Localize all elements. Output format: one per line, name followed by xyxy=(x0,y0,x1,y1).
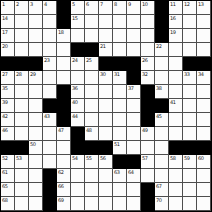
grid-cell[interactable]: 61 xyxy=(1,169,15,183)
clue-number: 10 xyxy=(142,1,147,7)
grid-cell[interactable] xyxy=(71,197,85,211)
grid-cell[interactable] xyxy=(127,29,141,43)
grid-cell[interactable] xyxy=(85,169,99,183)
grid-cell[interactable] xyxy=(141,169,155,183)
grid-cell[interactable]: 14 xyxy=(1,15,15,29)
grid-cell[interactable]: 45 xyxy=(155,113,169,127)
grid-cell[interactable] xyxy=(57,57,71,71)
grid-cell[interactable] xyxy=(85,113,99,127)
black-cell xyxy=(141,85,155,99)
clue-number: 9 xyxy=(128,1,131,7)
grid-cell[interactable]: 51 xyxy=(113,141,127,155)
grid-cell[interactable] xyxy=(127,43,141,57)
clue-number: 57 xyxy=(142,155,147,161)
grid-cell[interactable] xyxy=(113,197,127,211)
black-cell xyxy=(57,99,71,113)
grid-cell[interactable] xyxy=(169,57,183,71)
grid-cell[interactable] xyxy=(85,183,99,197)
grid-cell[interactable] xyxy=(197,99,211,113)
grid-cell[interactable] xyxy=(169,169,183,183)
grid-cell[interactable] xyxy=(15,169,29,183)
clue-number: 20 xyxy=(2,43,7,49)
grid-cell[interactable]: 50 xyxy=(29,141,43,155)
grid-cell[interactable]: 19 xyxy=(169,29,183,43)
grid-cell[interactable] xyxy=(29,127,43,141)
black-cell xyxy=(57,1,71,15)
grid-cell[interactable] xyxy=(197,127,211,141)
grid-cell[interactable] xyxy=(29,197,43,211)
grid-cell[interactable]: 54 xyxy=(71,155,85,169)
grid-cell[interactable]: 48 xyxy=(85,127,99,141)
grid-cell[interactable]: 59 xyxy=(183,155,197,169)
grid-cell[interactable] xyxy=(127,15,141,29)
grid-cell[interactable]: 29 xyxy=(29,71,43,85)
grid-cell[interactable] xyxy=(85,197,99,211)
black-cell xyxy=(71,43,85,57)
clue-number: 26 xyxy=(142,57,147,63)
grid-cell[interactable] xyxy=(57,43,71,57)
clue-number: 42 xyxy=(2,113,7,119)
grid-cell[interactable] xyxy=(169,71,183,85)
clue-number: 21 xyxy=(100,43,105,49)
clue-number: 15 xyxy=(72,15,77,21)
clue-number: 34 xyxy=(198,71,203,77)
black-cell xyxy=(43,197,57,211)
clue-number: 4 xyxy=(44,1,47,7)
grid-cell[interactable]: 2 xyxy=(15,1,29,15)
grid-cell[interactable]: 21 xyxy=(99,43,113,57)
black-cell xyxy=(71,141,85,155)
grid-cell[interactable]: 27 xyxy=(1,71,15,85)
grid-cell[interactable] xyxy=(29,155,43,169)
clue-number: 66 xyxy=(58,183,63,189)
grid-cell[interactable] xyxy=(113,113,127,127)
clue-number: 7 xyxy=(100,1,103,7)
clue-number: 8 xyxy=(114,1,117,7)
grid-cell[interactable] xyxy=(99,29,113,43)
clue-number: 24 xyxy=(72,57,77,63)
black-cell xyxy=(15,57,29,71)
clue-number: 62 xyxy=(58,169,63,175)
grid-cell[interactable]: 35 xyxy=(1,85,15,99)
grid-cell[interactable] xyxy=(155,141,169,155)
black-cell xyxy=(43,99,57,113)
clue-number: 70 xyxy=(156,197,161,203)
clue-number: 69 xyxy=(58,197,63,203)
clue-number: 38 xyxy=(156,85,161,91)
grid-cell[interactable]: 53 xyxy=(15,155,29,169)
clue-number: 13 xyxy=(198,1,203,7)
grid-cell[interactable] xyxy=(99,99,113,113)
black-cell xyxy=(1,141,15,155)
grid-cell[interactable]: 16 xyxy=(169,15,183,29)
grid-cell[interactable]: 66 xyxy=(57,183,71,197)
grid-cell[interactable] xyxy=(29,43,43,57)
grid-cell[interactable]: 56 xyxy=(99,155,113,169)
grid-cell[interactable] xyxy=(29,169,43,183)
grid-cell[interactable] xyxy=(169,197,183,211)
black-cell xyxy=(141,197,155,211)
clue-number: 32 xyxy=(142,71,147,77)
grid-cell[interactable]: 32 xyxy=(141,71,155,85)
black-cell xyxy=(113,57,127,71)
black-cell xyxy=(85,141,99,155)
grid-cell[interactable]: 4 xyxy=(43,1,57,15)
grid-cell[interactable]: 33 xyxy=(183,71,197,85)
black-cell xyxy=(197,141,211,155)
grid-cell[interactable] xyxy=(169,85,183,99)
grid-cell[interactable]: 10 xyxy=(141,1,155,15)
grid-cell[interactable]: 64 xyxy=(127,169,141,183)
grid-cell[interactable] xyxy=(99,15,113,29)
clue-number: 17 xyxy=(2,29,7,35)
grid-cell[interactable] xyxy=(113,15,127,29)
grid-cell[interactable] xyxy=(43,127,57,141)
black-cell xyxy=(57,85,71,99)
grid-cell[interactable] xyxy=(15,197,29,211)
grid-cell[interactable] xyxy=(43,85,57,99)
grid-cell[interactable] xyxy=(99,169,113,183)
clue-number: 65 xyxy=(2,183,7,189)
grid-cell[interactable]: 22 xyxy=(155,43,169,57)
grid-cell[interactable]: 7 xyxy=(99,1,113,15)
grid-cell[interactable]: 28 xyxy=(15,71,29,85)
black-cell xyxy=(183,141,197,155)
clue-number: 23 xyxy=(44,57,49,63)
grid-cell[interactable]: 46 xyxy=(1,127,15,141)
grid-cell[interactable]: 18 xyxy=(57,29,71,43)
grid-cell[interactable]: 67 xyxy=(155,183,169,197)
grid-cell[interactable]: 60 xyxy=(197,155,211,169)
grid-cell[interactable] xyxy=(183,169,197,183)
black-cell xyxy=(127,57,141,71)
grid-cell[interactable] xyxy=(141,29,155,43)
black-cell xyxy=(197,57,211,71)
grid-cell[interactable] xyxy=(169,43,183,57)
grid-cell[interactable]: 3 xyxy=(29,1,43,15)
grid-cell[interactable]: 65 xyxy=(1,183,15,197)
grid-cell[interactable] xyxy=(85,29,99,43)
black-cell xyxy=(155,99,169,113)
clue-number: 56 xyxy=(100,155,105,161)
black-cell xyxy=(155,29,169,43)
grid-cell[interactable] xyxy=(85,85,99,99)
grid-cell[interactable] xyxy=(127,127,141,141)
grid-cell[interactable]: 24 xyxy=(71,57,85,71)
black-cell xyxy=(43,169,57,183)
clue-number: 35 xyxy=(2,85,7,91)
grid-cell[interactable] xyxy=(197,85,211,99)
clue-number: 6 xyxy=(86,1,89,7)
grid-cell[interactable] xyxy=(29,15,43,29)
grid-cell[interactable] xyxy=(155,169,169,183)
clue-number: 5 xyxy=(72,1,75,7)
grid-cell[interactable] xyxy=(113,99,127,113)
grid-cell[interactable]: 39 xyxy=(1,99,15,113)
grid-cell[interactable]: 8 xyxy=(113,1,127,15)
grid-cell[interactable]: 41 xyxy=(169,99,183,113)
grid-cell[interactable] xyxy=(29,183,43,197)
grid-cell[interactable] xyxy=(71,71,85,85)
grid-cell[interactable]: 47 xyxy=(57,127,71,141)
grid-cell[interactable] xyxy=(15,85,29,99)
clue-number: 63 xyxy=(114,169,119,175)
grid-cell[interactable] xyxy=(113,85,127,99)
grid-cell[interactable]: 68 xyxy=(1,197,15,211)
grid-cell[interactable] xyxy=(127,113,141,127)
grid-cell[interactable] xyxy=(155,155,169,169)
grid-cell[interactable] xyxy=(197,113,211,127)
clue-number: 29 xyxy=(30,71,35,77)
grid-cell[interactable] xyxy=(183,113,197,127)
clue-number: 19 xyxy=(170,29,175,35)
grid-cell[interactable] xyxy=(85,71,99,85)
grid-cell[interactable] xyxy=(197,15,211,29)
grid-cell[interactable] xyxy=(71,29,85,43)
grid-cell[interactable] xyxy=(43,43,57,57)
grid-cell[interactable]: 58 xyxy=(169,155,183,169)
grid-cell[interactable] xyxy=(99,197,113,211)
grid-cell[interactable]: 49 xyxy=(141,127,155,141)
clue-number: 51 xyxy=(114,141,119,147)
clue-number: 61 xyxy=(2,169,7,175)
clue-number: 27 xyxy=(2,71,7,77)
clue-number: 2 xyxy=(16,1,19,7)
black-cell xyxy=(15,141,29,155)
grid-cell[interactable]: 69 xyxy=(57,197,71,211)
grid-cell[interactable] xyxy=(197,197,211,211)
clue-number: 12 xyxy=(184,1,189,7)
grid-cell[interactable]: 15 xyxy=(71,15,85,29)
grid-cell[interactable] xyxy=(43,155,57,169)
clue-number: 30 xyxy=(100,71,105,77)
clue-number: 25 xyxy=(86,57,91,63)
clue-number: 33 xyxy=(184,71,189,77)
grid-cell[interactable]: 37 xyxy=(127,85,141,99)
black-cell xyxy=(99,57,113,71)
clue-number: 36 xyxy=(72,85,77,91)
clue-number: 49 xyxy=(142,127,147,133)
clue-number: 16 xyxy=(170,15,175,21)
grid-cell[interactable]: 5 xyxy=(71,1,85,15)
clue-number: 55 xyxy=(86,155,91,161)
black-cell xyxy=(57,113,71,127)
grid-cell[interactable] xyxy=(57,141,71,155)
clue-number: 47 xyxy=(58,127,63,133)
grid-cell[interactable]: 70 xyxy=(155,197,169,211)
grid-cell[interactable] xyxy=(183,99,197,113)
grid-cell[interactable] xyxy=(43,141,57,155)
clue-number: 64 xyxy=(128,169,133,175)
grid-cell[interactable]: 36 xyxy=(71,85,85,99)
grid-cell[interactable]: 13 xyxy=(197,1,211,15)
grid-cell[interactable]: 62 xyxy=(57,169,71,183)
grid-cell[interactable] xyxy=(15,43,29,57)
grid-cell[interactable] xyxy=(71,183,85,197)
black-cell xyxy=(183,57,197,71)
clue-number: 37 xyxy=(128,85,133,91)
grid-cell[interactable]: 30 xyxy=(99,71,113,85)
clue-number: 18 xyxy=(58,29,63,35)
black-cell xyxy=(71,127,85,141)
grid-cell[interactable] xyxy=(183,85,197,99)
grid-cell[interactable] xyxy=(113,29,127,43)
clue-number: 58 xyxy=(170,155,175,161)
grid-cell[interactable] xyxy=(99,85,113,99)
grid-cell[interactable]: 57 xyxy=(141,155,155,169)
grid-cell[interactable] xyxy=(99,127,113,141)
clue-number: 1 xyxy=(2,1,5,7)
grid-cell[interactable] xyxy=(29,99,43,113)
black-cell xyxy=(141,183,155,197)
grid-cell[interactable] xyxy=(43,29,57,43)
black-cell xyxy=(43,183,57,197)
grid-cell[interactable]: 11 xyxy=(169,1,183,15)
grid-cell[interactable] xyxy=(183,197,197,211)
grid-cell[interactable] xyxy=(183,15,197,29)
grid-cell[interactable] xyxy=(183,183,197,197)
grid-cell[interactable] xyxy=(99,113,113,127)
grid-cell[interactable] xyxy=(169,113,183,127)
clue-number: 46 xyxy=(2,127,7,133)
clue-number: 31 xyxy=(114,71,119,77)
grid-cell[interactable] xyxy=(155,57,169,71)
grid-cell[interactable] xyxy=(197,43,211,57)
grid-cell[interactable]: 17 xyxy=(1,29,15,43)
black-cell xyxy=(155,1,169,15)
grid-cell[interactable] xyxy=(15,113,29,127)
grid-cell[interactable] xyxy=(127,183,141,197)
grid-cell[interactable]: 38 xyxy=(155,85,169,99)
clue-number: 68 xyxy=(2,197,7,203)
clue-number: 39 xyxy=(2,99,7,105)
grid-cell[interactable] xyxy=(15,183,29,197)
grid-cell[interactable]: 42 xyxy=(1,113,15,127)
clue-number: 22 xyxy=(156,43,161,49)
black-cell xyxy=(99,141,113,155)
grid-cell[interactable] xyxy=(141,141,155,155)
grid-cell[interactable] xyxy=(169,127,183,141)
black-cell xyxy=(29,57,43,71)
grid-cell[interactable]: 34 xyxy=(197,71,211,85)
grid-cell[interactable]: 55 xyxy=(85,155,99,169)
clue-number: 50 xyxy=(30,141,35,147)
grid-cell[interactable] xyxy=(71,169,85,183)
clue-number: 3 xyxy=(30,1,33,7)
clue-number: 59 xyxy=(184,155,189,161)
black-cell xyxy=(85,43,99,57)
grid-cell[interactable] xyxy=(127,141,141,155)
grid-cell[interactable]: 25 xyxy=(85,57,99,71)
grid-cell[interactable] xyxy=(141,43,155,57)
grid-cell[interactable] xyxy=(85,15,99,29)
grid-cell[interactable] xyxy=(127,197,141,211)
grid-cell[interactable] xyxy=(15,127,29,141)
clue-number: 53 xyxy=(16,155,21,161)
grid-cell[interactable] xyxy=(15,15,29,29)
grid-cell[interactable] xyxy=(57,71,71,85)
grid-cell[interactable]: 52 xyxy=(1,155,15,169)
clue-number: 44 xyxy=(72,113,77,119)
grid-cell[interactable] xyxy=(113,43,127,57)
grid-cell[interactable]: 12 xyxy=(183,1,197,15)
clue-number: 40 xyxy=(72,99,77,105)
grid-cell[interactable] xyxy=(169,183,183,197)
black-cell xyxy=(1,57,15,71)
grid-cell[interactable] xyxy=(113,183,127,197)
black-cell xyxy=(127,155,141,169)
clue-number: 48 xyxy=(86,127,91,133)
grid-cell[interactable] xyxy=(85,99,99,113)
grid-cell[interactable] xyxy=(57,155,71,169)
grid-cell[interactable] xyxy=(197,183,211,197)
grid-cell[interactable] xyxy=(29,113,43,127)
grid-cell[interactable]: 20 xyxy=(1,43,15,57)
clue-number: 52 xyxy=(2,155,7,161)
clue-number: 41 xyxy=(170,99,175,105)
black-cell xyxy=(113,155,127,169)
grid-cell[interactable] xyxy=(183,43,197,57)
grid-cell[interactable] xyxy=(15,29,29,43)
black-cell xyxy=(141,99,155,113)
grid-cell[interactable] xyxy=(183,29,197,43)
grid-cell[interactable] xyxy=(43,15,57,29)
grid-cell[interactable] xyxy=(197,29,211,43)
black-cell xyxy=(57,15,71,29)
grid-cell[interactable]: 40 xyxy=(71,99,85,113)
grid-cell[interactable]: 44 xyxy=(71,113,85,127)
grid-cell[interactable] xyxy=(155,71,169,85)
clue-number: 14 xyxy=(2,15,7,21)
grid-cell[interactable] xyxy=(141,15,155,29)
grid-cell[interactable] xyxy=(43,71,57,85)
grid-cell[interactable] xyxy=(127,99,141,113)
crossword-grid: 1234567891011121314151617181920212223242… xyxy=(0,0,212,212)
black-cell xyxy=(141,113,155,127)
clue-number: 45 xyxy=(156,113,161,119)
grid-cell[interactable] xyxy=(29,29,43,43)
grid-cell[interactable]: 63 xyxy=(113,169,127,183)
grid-cell[interactable] xyxy=(155,127,169,141)
grid-cell[interactable] xyxy=(15,99,29,113)
grid-cell[interactable] xyxy=(183,127,197,141)
clue-number: 54 xyxy=(72,155,77,161)
clue-number: 43 xyxy=(44,113,49,119)
clue-number: 28 xyxy=(16,71,21,77)
grid-cell[interactable]: 1 xyxy=(1,1,15,15)
clue-number: 11 xyxy=(170,1,175,7)
grid-cell[interactable]: 23 xyxy=(43,57,57,71)
grid-cell[interactable]: 9 xyxy=(127,1,141,15)
black-cell xyxy=(127,71,141,85)
grid-cell[interactable]: 26 xyxy=(141,57,155,71)
grid-cell[interactable]: 31 xyxy=(113,71,127,85)
grid-cell[interactable] xyxy=(29,85,43,99)
grid-cell[interactable]: 43 xyxy=(43,113,57,127)
grid-cell[interactable]: 6 xyxy=(85,1,99,15)
grid-cell[interactable] xyxy=(197,169,211,183)
grid-cell[interactable] xyxy=(113,127,127,141)
clue-number: 60 xyxy=(198,155,203,161)
clue-number: 67 xyxy=(156,183,161,189)
black-cell xyxy=(169,141,183,155)
black-cell xyxy=(155,15,169,29)
grid-cell[interactable] xyxy=(99,183,113,197)
